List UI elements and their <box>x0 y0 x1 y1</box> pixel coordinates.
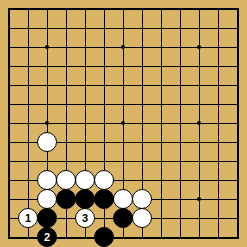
grid-line-vertical <box>161 9 162 237</box>
grid-line-vertical <box>180 9 181 237</box>
grid-line-horizontal <box>9 161 237 162</box>
go-stone-white <box>75 170 95 190</box>
go-stone-black <box>94 227 114 247</box>
go-stone-white <box>132 189 152 209</box>
go-stone-white-move-1: 1 <box>18 208 38 228</box>
star-point <box>197 197 201 201</box>
go-stone-black <box>37 208 57 228</box>
star-point <box>121 121 125 125</box>
go-stone-black <box>94 189 114 209</box>
go-stone-white <box>113 189 133 209</box>
star-point <box>197 121 201 125</box>
star-point <box>45 121 49 125</box>
go-stone-black-move-2: 2 <box>37 227 57 247</box>
star-point <box>45 45 49 49</box>
go-stone-white <box>37 170 57 190</box>
star-point <box>197 45 201 49</box>
go-stone-white-move-3: 3 <box>75 208 95 228</box>
go-stone-white <box>37 132 57 152</box>
grid-line-vertical <box>218 9 219 237</box>
go-stone-white <box>132 208 152 228</box>
go-board: 132 <box>0 0 247 247</box>
go-stone-white <box>94 170 114 190</box>
go-stone-black <box>113 208 133 228</box>
go-stone-black <box>56 189 76 209</box>
star-point <box>121 45 125 49</box>
go-stone-white <box>56 170 76 190</box>
move-number-label: 2 <box>44 232 50 243</box>
go-stone-white <box>37 189 57 209</box>
move-number-label: 1 <box>25 213 31 224</box>
move-number-label: 3 <box>82 213 88 224</box>
go-stone-black <box>75 189 95 209</box>
